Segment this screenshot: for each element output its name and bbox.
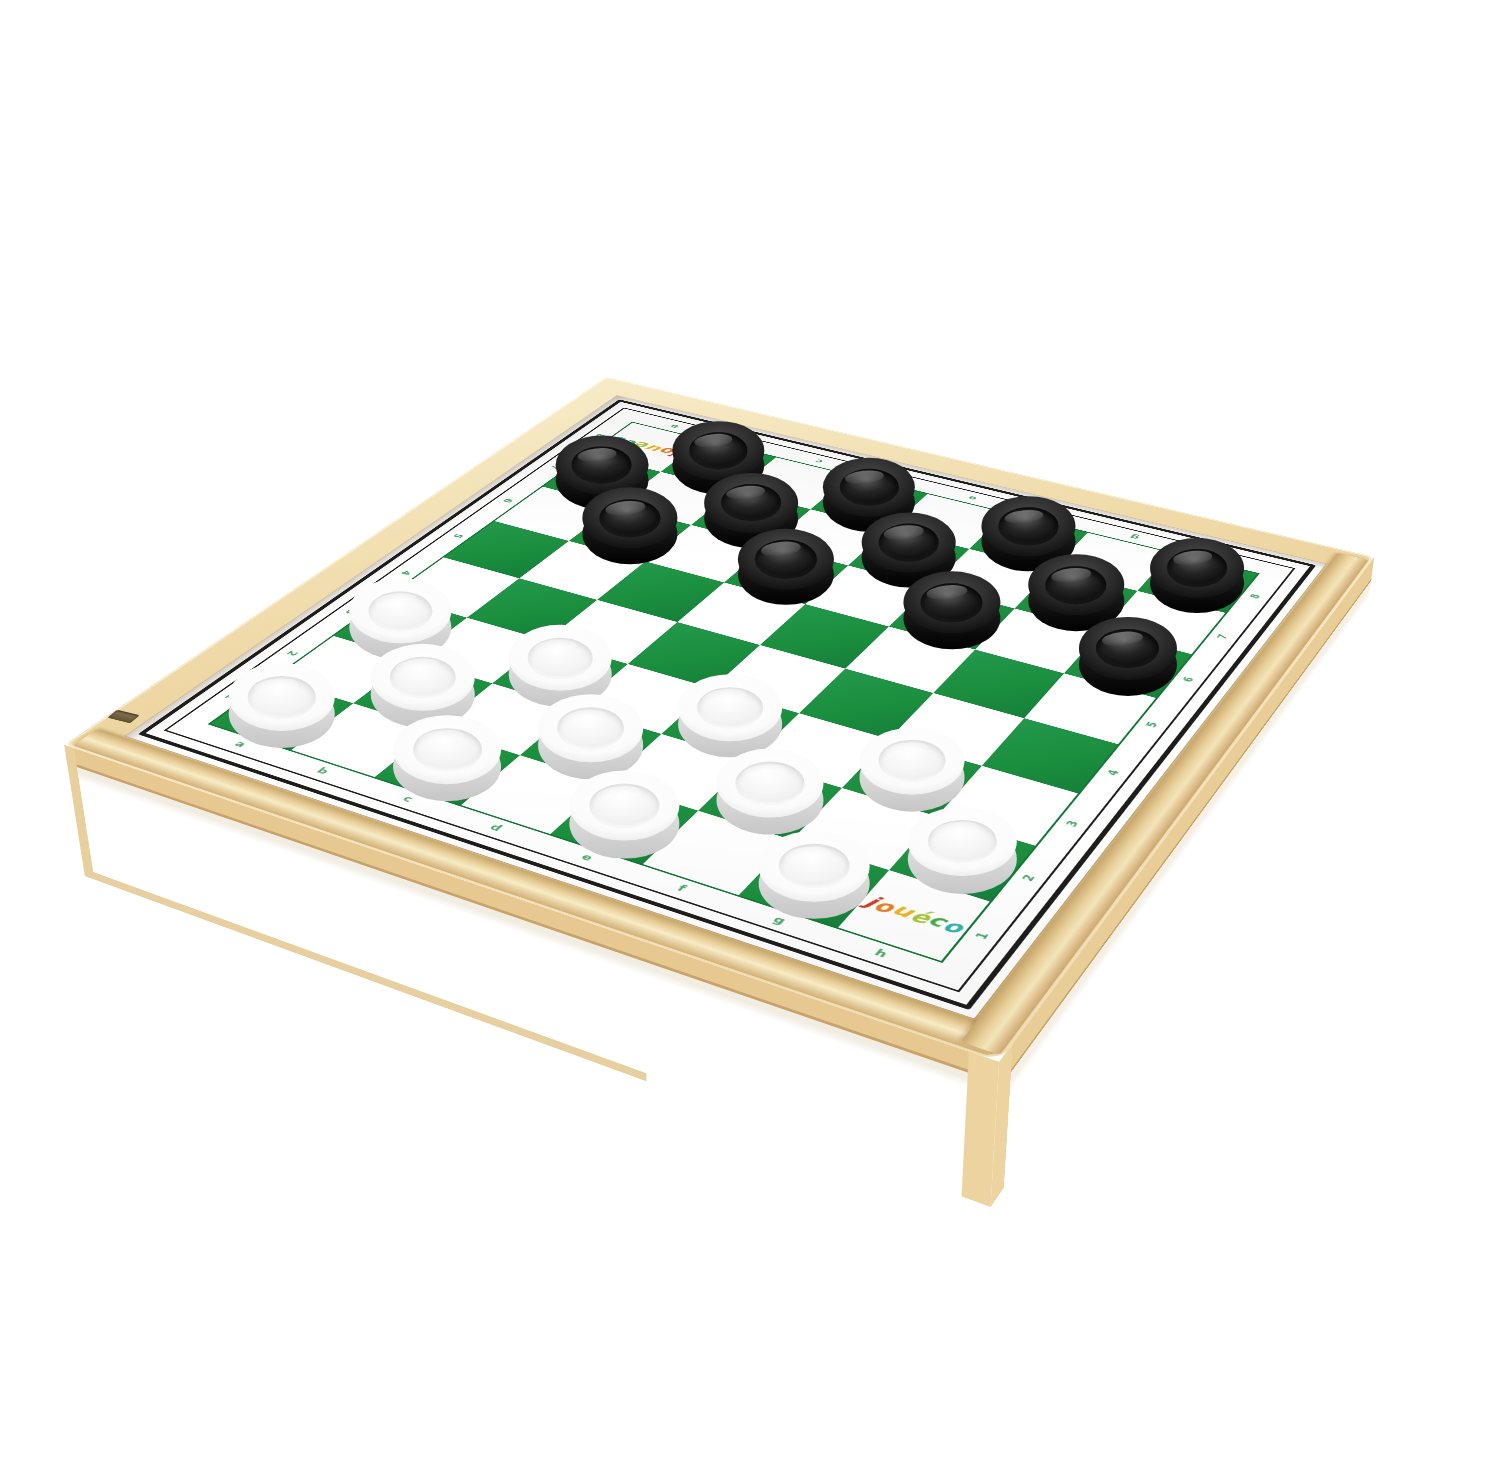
checker-white-c1[interactable] — [393, 715, 501, 801]
checker-white-e1[interactable] — [570, 771, 679, 858]
checker-black-d6[interactable] — [738, 528, 834, 605]
checker-white-h2[interactable] — [908, 807, 1016, 894]
checker-black-b6[interactable] — [582, 488, 677, 564]
checker-black-f6[interactable] — [903, 571, 1000, 649]
checker-white-d2[interactable] — [538, 695, 644, 780]
checker-white-e3[interactable] — [678, 675, 782, 758]
product-photo-stage: aabbccddeeffgghh8877665544332211 jouécoj… — [0, 0, 1500, 1482]
pieces-layer — [0, 0, 1500, 1482]
checker-black-h8[interactable] — [1150, 538, 1244, 613]
checker-white-f2[interactable] — [717, 749, 824, 835]
checker-white-g1[interactable] — [759, 831, 870, 920]
checker-black-h6[interactable] — [1079, 617, 1177, 695]
checker-white-a1[interactable] — [229, 663, 335, 748]
checker-white-g3[interactable] — [859, 727, 964, 811]
